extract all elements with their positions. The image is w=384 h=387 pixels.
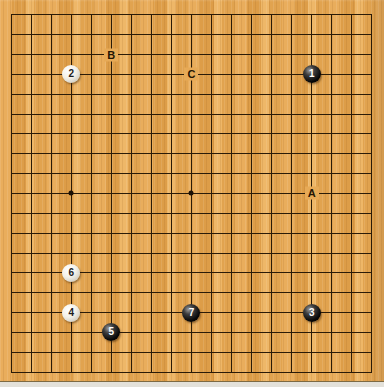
intersection-N14[interactable] [242,104,262,124]
intersection-E8[interactable] [81,223,101,243]
intersection-B7[interactable] [21,243,41,263]
intersection-M15[interactable] [222,84,242,104]
intersection-B6[interactable] [21,263,41,283]
intersection-K18[interactable] [181,25,201,45]
intersection-A4[interactable] [1,303,21,323]
intersection-B15[interactable] [21,84,41,104]
intersection-G3[interactable] [121,322,141,342]
intersection-C16[interactable] [41,65,61,85]
intersection-D18[interactable] [61,25,81,45]
intersection-G8[interactable] [121,223,141,243]
intersection-F19[interactable] [101,5,121,25]
intersection-K8[interactable] [181,223,201,243]
intersection-T14[interactable] [362,104,382,124]
intersection-A1[interactable] [1,362,21,382]
intersection-T9[interactable] [362,203,382,223]
intersection-O2[interactable] [262,342,282,362]
intersection-D17[interactable] [61,45,81,65]
intersection-M14[interactable] [222,104,242,124]
intersection-N5[interactable] [242,283,262,303]
intersection-O10[interactable] [262,184,282,204]
intersection-T15[interactable] [362,84,382,104]
intersection-Q6[interactable] [302,263,322,283]
intersection-G15[interactable] [121,84,141,104]
intersection-C14[interactable] [41,104,61,124]
intersection-F18[interactable] [101,25,121,45]
intersection-R18[interactable] [322,25,342,45]
intersection-H10[interactable] [141,184,161,204]
intersection-G17[interactable] [121,45,141,65]
intersection-E5[interactable] [81,283,101,303]
intersection-Q10[interactable]: A [302,184,322,204]
intersection-M12[interactable] [222,144,242,164]
intersection-A17[interactable] [1,45,21,65]
intersection-S18[interactable] [342,25,362,45]
intersection-C9[interactable] [41,203,61,223]
intersection-N13[interactable] [242,124,262,144]
intersection-Q18[interactable] [302,25,322,45]
intersection-F11[interactable] [101,164,121,184]
intersection-G7[interactable] [121,243,141,263]
intersection-A12[interactable] [1,144,21,164]
intersection-B19[interactable] [21,5,41,25]
intersection-C19[interactable] [41,5,61,25]
intersection-S1[interactable] [342,362,362,382]
intersection-O19[interactable] [262,5,282,25]
intersection-O16[interactable] [262,65,282,85]
intersection-K2[interactable] [181,342,201,362]
intersection-S3[interactable] [342,322,362,342]
intersection-S6[interactable] [342,263,362,283]
intersection-C8[interactable] [41,223,61,243]
intersection-R17[interactable] [322,45,342,65]
intersection-B18[interactable] [21,25,41,45]
intersection-B8[interactable] [21,223,41,243]
intersection-T10[interactable] [362,184,382,204]
intersection-H17[interactable] [141,45,161,65]
intersection-J17[interactable] [161,45,181,65]
intersection-H7[interactable] [141,243,161,263]
intersection-G4[interactable] [121,303,141,323]
intersection-C12[interactable] [41,144,61,164]
intersection-T18[interactable] [362,25,382,45]
intersection-M4[interactable] [222,303,242,323]
intersection-P17[interactable] [282,45,302,65]
intersection-C2[interactable] [41,342,61,362]
intersection-K19[interactable] [181,5,201,25]
intersection-R2[interactable] [322,342,342,362]
intersection-F9[interactable] [101,203,121,223]
intersection-D12[interactable] [61,144,81,164]
intersection-L17[interactable] [202,45,222,65]
intersection-K1[interactable] [181,362,201,382]
intersection-L15[interactable] [202,84,222,104]
intersection-G2[interactable] [121,342,141,362]
intersection-F13[interactable] [101,124,121,144]
intersection-H11[interactable] [141,164,161,184]
intersection-R10[interactable] [322,184,342,204]
intersection-J2[interactable] [161,342,181,362]
intersection-P11[interactable] [282,164,302,184]
intersection-S2[interactable] [342,342,362,362]
intersection-D16[interactable]: 2 [61,65,81,85]
intersection-S5[interactable] [342,283,362,303]
intersection-B13[interactable] [21,124,41,144]
intersection-R15[interactable] [322,84,342,104]
intersection-M1[interactable] [222,362,242,382]
intersection-N1[interactable] [242,362,262,382]
intersection-E13[interactable] [81,124,101,144]
intersection-G16[interactable] [121,65,141,85]
intersection-E15[interactable] [81,84,101,104]
intersection-F3[interactable]: 5 [101,322,121,342]
intersection-K7[interactable] [181,243,201,263]
intersection-E19[interactable] [81,5,101,25]
intersection-H16[interactable] [141,65,161,85]
intersection-L10[interactable] [202,184,222,204]
intersection-B12[interactable] [21,144,41,164]
intersection-D3[interactable] [61,322,81,342]
intersection-M2[interactable] [222,342,242,362]
intersection-O1[interactable] [262,362,282,382]
intersection-M9[interactable] [222,203,242,223]
intersection-D10[interactable] [61,184,81,204]
intersection-N7[interactable] [242,243,262,263]
intersection-A10[interactable] [1,184,21,204]
intersection-Q7[interactable] [302,243,322,263]
intersection-R9[interactable] [322,203,342,223]
intersection-N17[interactable] [242,45,262,65]
intersection-P2[interactable] [282,342,302,362]
intersection-N12[interactable] [242,144,262,164]
intersection-Q19[interactable] [302,5,322,25]
intersection-F2[interactable] [101,342,121,362]
intersection-P13[interactable] [282,124,302,144]
intersection-K13[interactable] [181,124,201,144]
intersection-B17[interactable] [21,45,41,65]
intersection-R14[interactable] [322,104,342,124]
intersection-P7[interactable] [282,243,302,263]
intersection-O5[interactable] [262,283,282,303]
intersection-G19[interactable] [121,5,141,25]
intersection-N15[interactable] [242,84,262,104]
intersection-K16[interactable]: C [181,65,201,85]
intersection-T2[interactable] [362,342,382,362]
intersection-C11[interactable] [41,164,61,184]
intersection-E7[interactable] [81,243,101,263]
intersection-F16[interactable] [101,65,121,85]
stone-white-move6-D6[interactable]: 6 [62,264,80,282]
intersection-K11[interactable] [181,164,201,184]
intersection-K10[interactable] [181,184,201,204]
point-label-C[interactable]: C [184,68,198,81]
intersection-B5[interactable] [21,283,41,303]
intersection-Q1[interactable] [302,362,322,382]
intersection-L6[interactable] [202,263,222,283]
intersection-P6[interactable] [282,263,302,283]
intersection-O6[interactable] [262,263,282,283]
intersection-N19[interactable] [242,5,262,25]
intersection-C7[interactable] [41,243,61,263]
intersection-J12[interactable] [161,144,181,164]
intersection-M11[interactable] [222,164,242,184]
intersection-C13[interactable] [41,124,61,144]
intersection-T13[interactable] [362,124,382,144]
intersection-R16[interactable] [322,65,342,85]
intersection-R1[interactable] [322,362,342,382]
intersection-O18[interactable] [262,25,282,45]
intersection-M7[interactable] [222,243,242,263]
intersection-H1[interactable] [141,362,161,382]
intersection-A3[interactable] [1,322,21,342]
intersection-M6[interactable] [222,263,242,283]
intersection-F8[interactable] [101,223,121,243]
intersection-D9[interactable] [61,203,81,223]
intersection-K9[interactable] [181,203,201,223]
intersection-F4[interactable] [101,303,121,323]
stone-white-move4-D4[interactable]: 4 [62,304,80,322]
intersection-F17[interactable]: B [101,45,121,65]
intersection-M3[interactable] [222,322,242,342]
intersection-L16[interactable] [202,65,222,85]
intersection-N4[interactable] [242,303,262,323]
intersection-R19[interactable] [322,5,342,25]
intersection-E18[interactable] [81,25,101,45]
intersection-C5[interactable] [41,283,61,303]
intersection-Q8[interactable] [302,223,322,243]
intersection-J16[interactable] [161,65,181,85]
intersection-D2[interactable] [61,342,81,362]
intersection-G10[interactable] [121,184,141,204]
intersection-P16[interactable] [282,65,302,85]
intersection-B3[interactable] [21,322,41,342]
intersection-B14[interactable] [21,104,41,124]
intersection-S4[interactable] [342,303,362,323]
intersection-E14[interactable] [81,104,101,124]
intersection-A2[interactable] [1,342,21,362]
intersection-H3[interactable] [141,322,161,342]
intersection-L14[interactable] [202,104,222,124]
intersection-Q3[interactable] [302,322,322,342]
intersection-O13[interactable] [262,124,282,144]
intersection-J14[interactable] [161,104,181,124]
intersection-C17[interactable] [41,45,61,65]
intersection-C4[interactable] [41,303,61,323]
intersection-A15[interactable] [1,84,21,104]
intersection-J4[interactable] [161,303,181,323]
intersection-C18[interactable] [41,25,61,45]
intersection-A7[interactable] [1,243,21,263]
intersection-O9[interactable] [262,203,282,223]
intersection-O8[interactable] [262,223,282,243]
intersection-H15[interactable] [141,84,161,104]
intersection-Q11[interactable] [302,164,322,184]
intersection-G13[interactable] [121,124,141,144]
intersection-J8[interactable] [161,223,181,243]
intersection-E6[interactable] [81,263,101,283]
intersection-J5[interactable] [161,283,181,303]
intersection-N9[interactable] [242,203,262,223]
intersection-Q9[interactable] [302,203,322,223]
intersection-A18[interactable] [1,25,21,45]
intersection-F12[interactable] [101,144,121,164]
intersection-L3[interactable] [202,322,222,342]
intersection-T16[interactable] [362,65,382,85]
intersection-L8[interactable] [202,223,222,243]
intersection-H6[interactable] [141,263,161,283]
intersection-H19[interactable] [141,5,161,25]
intersection-P19[interactable] [282,5,302,25]
point-label-A[interactable]: A [305,187,319,200]
intersection-Q5[interactable] [302,283,322,303]
intersection-J13[interactable] [161,124,181,144]
intersection-J7[interactable] [161,243,181,263]
intersection-O17[interactable] [262,45,282,65]
intersection-F1[interactable] [101,362,121,382]
intersection-P8[interactable] [282,223,302,243]
intersection-M5[interactable] [222,283,242,303]
intersection-F5[interactable] [101,283,121,303]
intersection-J9[interactable] [161,203,181,223]
intersection-F10[interactable] [101,184,121,204]
intersection-Q12[interactable] [302,144,322,164]
intersection-J1[interactable] [161,362,181,382]
intersection-D6[interactable]: 6 [61,263,81,283]
intersection-J11[interactable] [161,164,181,184]
intersection-S12[interactable] [342,144,362,164]
intersection-N8[interactable] [242,223,262,243]
intersection-K4[interactable]: 7 [181,303,201,323]
intersection-P5[interactable] [282,283,302,303]
intersection-G5[interactable] [121,283,141,303]
intersection-G12[interactable] [121,144,141,164]
intersection-H8[interactable] [141,223,161,243]
stone-black-move1-Q16[interactable]: 1 [303,65,321,83]
intersection-D15[interactable] [61,84,81,104]
intersection-E11[interactable] [81,164,101,184]
intersection-L18[interactable] [202,25,222,45]
intersection-B11[interactable] [21,164,41,184]
intersection-S14[interactable] [342,104,362,124]
intersection-D4[interactable]: 4 [61,303,81,323]
intersection-Q2[interactable] [302,342,322,362]
intersection-T11[interactable] [362,164,382,184]
intersection-K17[interactable] [181,45,201,65]
intersection-J6[interactable] [161,263,181,283]
intersection-B1[interactable] [21,362,41,382]
intersection-S13[interactable] [342,124,362,144]
intersection-R7[interactable] [322,243,342,263]
intersection-L7[interactable] [202,243,222,263]
intersection-E1[interactable] [81,362,101,382]
intersection-G14[interactable] [121,104,141,124]
intersection-L12[interactable] [202,144,222,164]
intersection-M16[interactable] [222,65,242,85]
intersection-S11[interactable] [342,164,362,184]
intersection-S16[interactable] [342,65,362,85]
intersection-O11[interactable] [262,164,282,184]
intersection-R12[interactable] [322,144,342,164]
intersection-O14[interactable] [262,104,282,124]
intersection-C3[interactable] [41,322,61,342]
intersection-G6[interactable] [121,263,141,283]
intersection-L1[interactable] [202,362,222,382]
intersection-P3[interactable] [282,322,302,342]
intersection-G11[interactable] [121,164,141,184]
intersection-Q14[interactable] [302,104,322,124]
intersection-D1[interactable] [61,362,81,382]
intersection-F14[interactable] [101,104,121,124]
intersection-O4[interactable] [262,303,282,323]
intersection-H2[interactable] [141,342,161,362]
intersection-J19[interactable] [161,5,181,25]
intersection-O3[interactable] [262,322,282,342]
intersection-P1[interactable] [282,362,302,382]
intersection-E17[interactable] [81,45,101,65]
intersection-E10[interactable] [81,184,101,204]
intersection-S19[interactable] [342,5,362,25]
intersection-E16[interactable] [81,65,101,85]
intersection-K3[interactable] [181,322,201,342]
intersection-R8[interactable] [322,223,342,243]
intersection-T5[interactable] [362,283,382,303]
intersection-D5[interactable] [61,283,81,303]
intersection-S8[interactable] [342,223,362,243]
intersection-D13[interactable] [61,124,81,144]
intersection-P9[interactable] [282,203,302,223]
intersection-T8[interactable] [362,223,382,243]
intersection-K5[interactable] [181,283,201,303]
intersection-O12[interactable] [262,144,282,164]
intersection-L9[interactable] [202,203,222,223]
intersection-J3[interactable] [161,322,181,342]
intersection-L19[interactable] [202,5,222,25]
intersection-N10[interactable] [242,184,262,204]
intersection-E2[interactable] [81,342,101,362]
intersection-R4[interactable] [322,303,342,323]
intersection-K6[interactable] [181,263,201,283]
stone-black-move3-Q4[interactable]: 3 [303,304,321,322]
intersection-D14[interactable] [61,104,81,124]
intersection-E12[interactable] [81,144,101,164]
intersection-A8[interactable] [1,223,21,243]
stone-black-move7-K4[interactable]: 7 [182,304,200,322]
intersection-Q16[interactable]: 1 [302,65,322,85]
intersection-H13[interactable] [141,124,161,144]
intersection-B10[interactable] [21,184,41,204]
intersection-M10[interactable] [222,184,242,204]
intersection-P14[interactable] [282,104,302,124]
intersection-E3[interactable] [81,322,101,342]
intersection-H12[interactable] [141,144,161,164]
intersection-A6[interactable] [1,263,21,283]
intersection-N3[interactable] [242,322,262,342]
intersection-O7[interactable] [262,243,282,263]
stone-black-move5-F3[interactable]: 5 [102,323,120,341]
intersection-K14[interactable] [181,104,201,124]
intersection-T19[interactable] [362,5,382,25]
intersection-A16[interactable] [1,65,21,85]
intersection-P4[interactable] [282,303,302,323]
intersection-Q4[interactable]: 3 [302,303,322,323]
intersection-P18[interactable] [282,25,302,45]
intersection-D7[interactable] [61,243,81,263]
intersection-Q15[interactable] [302,84,322,104]
intersection-P10[interactable] [282,184,302,204]
intersection-A9[interactable] [1,203,21,223]
intersection-H14[interactable] [141,104,161,124]
intersection-B4[interactable] [21,303,41,323]
